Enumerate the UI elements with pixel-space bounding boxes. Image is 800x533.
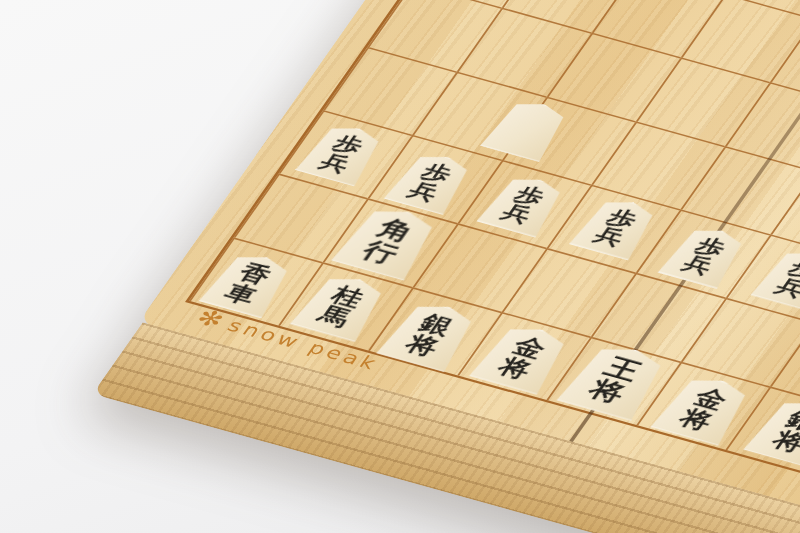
piece-silver-general: 銀将	[374, 297, 485, 373]
piece-kanji: 歩兵	[312, 125, 372, 182]
piece-kanji: 角行	[352, 208, 423, 275]
piece-kanji: 金将	[670, 377, 737, 440]
blank-tile	[478, 95, 576, 162]
piece-pawn: 歩兵	[748, 245, 800, 312]
piece-kanji: 桂馬	[309, 276, 374, 337]
piece-lance: 香車	[197, 248, 301, 319]
piece-gold-general: 金将	[467, 320, 578, 396]
piece-kanji: 歩兵	[675, 227, 735, 284]
piece-kanji: 銀将	[763, 400, 800, 463]
piece-kanji: 金将	[489, 326, 556, 389]
piece-kanji: 歩兵	[401, 154, 461, 211]
piece-pawn: 歩兵	[382, 148, 480, 215]
piece-pawn: 歩兵	[293, 120, 391, 187]
board-shadow: ✻ snow peak 香車桂馬銀将金将玉将金将銀将桂馬香車飛車角行歩兵歩兵歩兵…	[0, 0, 800, 533]
photo-scene: ✻ snow peak 香車桂馬銀将金将玉将金将銀将桂馬香車飛車角行歩兵歩兵歩兵…	[0, 0, 800, 533]
piece-kanji: 歩兵	[493, 176, 553, 233]
piece-king: 王将	[554, 339, 676, 422]
piece-pawn: 歩兵	[567, 194, 665, 261]
piece-knight: 桂馬	[288, 270, 395, 343]
piece-gold-general: 金将	[648, 371, 759, 447]
piece-kanji: 王将	[579, 345, 652, 414]
piece-pawn: 歩兵	[474, 171, 572, 238]
piece-bishop: 角行	[329, 201, 448, 281]
piece-kanji: 歩兵	[767, 250, 800, 307]
piece-kanji: 銀将	[396, 303, 463, 366]
piece-kanji: 歩兵	[586, 199, 646, 256]
piece-kanji: 香車	[217, 254, 281, 314]
shogi-board: ✻ snow peak 香車桂馬銀将金将玉将金将銀将桂馬香車飛車角行歩兵歩兵歩兵…	[138, 0, 800, 533]
piece-silver-general: 銀将	[741, 393, 800, 469]
piece-pawn: 歩兵	[656, 222, 754, 289]
piece-pawn: 歩兵	[742, 0, 800, 4]
